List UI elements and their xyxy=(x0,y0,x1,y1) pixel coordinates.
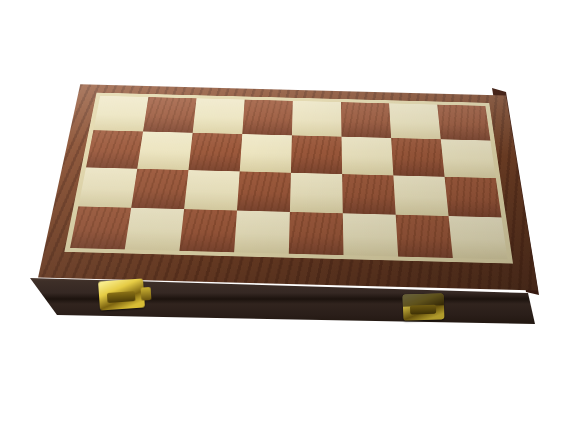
board-square-r1c6 xyxy=(341,102,391,138)
brass-latch-right xyxy=(403,293,445,320)
brass-latch-left xyxy=(98,278,145,310)
latch-hook xyxy=(141,287,152,301)
board-square-r2c7 xyxy=(391,138,444,176)
board-square-r4c3 xyxy=(179,209,237,252)
board-square-r1c5 xyxy=(292,101,342,137)
board-square-r4c2 xyxy=(125,208,184,251)
board-inlay-border xyxy=(64,93,513,264)
board-square-r2c4 xyxy=(240,134,292,172)
board-square-r4c8 xyxy=(449,216,508,260)
board-square-r4c7 xyxy=(396,214,453,258)
board-square-r4c1 xyxy=(70,206,131,249)
board-square-r1c7 xyxy=(389,103,441,139)
board-square-r3c8 xyxy=(445,176,502,217)
board-square-r4c5 xyxy=(289,212,344,255)
board-square-r3c7 xyxy=(393,175,448,216)
box-lid xyxy=(38,84,538,290)
board-square-r2c6 xyxy=(342,137,394,175)
latch-keeper xyxy=(107,291,136,303)
latch-keeper xyxy=(410,304,436,314)
board-square-r3c3 xyxy=(184,170,240,211)
board-square-r4c6 xyxy=(343,213,398,256)
photo-scene xyxy=(0,0,576,433)
board-square-r2c1 xyxy=(86,130,143,168)
board-square-r4c4 xyxy=(234,210,290,253)
board-square-r1c3 xyxy=(193,98,245,134)
board-square-r3c2 xyxy=(131,168,188,209)
board-square-r2c3 xyxy=(189,133,243,171)
board-square-r1c4 xyxy=(242,100,293,136)
board-square-r3c6 xyxy=(342,174,396,215)
chess-board xyxy=(70,96,507,260)
board-square-r2c2 xyxy=(137,132,192,170)
board-square-r1c8 xyxy=(437,105,490,141)
board-square-r3c4 xyxy=(237,171,291,212)
board-square-r1c2 xyxy=(143,97,197,133)
board-square-r1c1 xyxy=(93,96,148,132)
board-square-r2c5 xyxy=(291,136,342,174)
board-square-r3c5 xyxy=(290,172,343,213)
board-square-r2c8 xyxy=(441,139,496,177)
board-square-r3c1 xyxy=(78,167,137,208)
